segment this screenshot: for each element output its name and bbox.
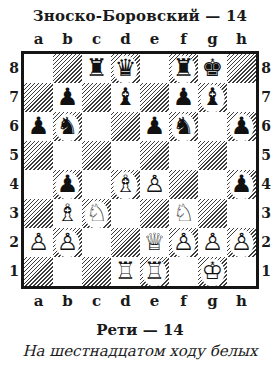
square-c5[interactable] [82,141,111,170]
square-h3[interactable] [227,199,256,228]
black-pawn: ♟ [227,112,256,141]
square-h7[interactable] [227,83,256,112]
white-player-label: Рети — 14 [0,321,280,339]
file-label-h: h [227,292,256,310]
file-label-a: a [24,292,53,310]
file-label-a: a [24,30,53,48]
rank-label-7: 7 [259,83,273,112]
square-b3[interactable]: ♗ [53,199,82,228]
square-c1[interactable] [82,257,111,286]
square-b1[interactable] [53,257,82,286]
square-g1[interactable]: ♔ [198,257,227,286]
file-labels-top: abcdefgh [21,30,259,51]
file-label-f: f [169,30,198,48]
white-pawn: ♙ [53,228,82,257]
black-knight: ♞ [53,112,82,141]
square-a5[interactable] [24,141,53,170]
rank-label-1: 1 [259,257,273,286]
square-a6[interactable]: ♟ [24,112,53,141]
square-e2[interactable]: ♕ [140,228,169,257]
rank-labels-left: 87654321 [7,51,21,289]
square-h5[interactable] [227,141,256,170]
square-g2[interactable]: ♙ [198,228,227,257]
square-d1[interactable]: ♖ [111,257,140,286]
file-label-b: b [53,292,82,310]
white-knight: ♘ [82,199,111,228]
rank-label-6: 6 [7,112,21,141]
white-rook: ♖ [140,257,169,286]
square-e3[interactable] [140,199,169,228]
file-label-e: e [140,292,169,310]
square-d4[interactable]: ♗ [111,170,140,199]
square-f5[interactable] [169,141,198,170]
square-f7[interactable]: ♟ [169,83,198,112]
square-d8[interactable]: ♛ [111,54,140,83]
white-rook: ♖ [111,257,140,286]
rank-label-4: 4 [259,170,273,199]
file-label-e: e [140,30,169,48]
rank-label-4: 4 [7,170,21,199]
board-area: abcdefgh 87654321 ♜♛♜♚♟♝♟♝♟♞♟♞♟♟♗♙♟♗♘♘♙♙… [7,29,273,311]
square-e6[interactable]: ♟ [140,112,169,141]
rank-label-8: 8 [7,54,21,83]
black-bishop: ♝ [111,83,140,112]
square-c8[interactable]: ♜ [82,54,111,83]
square-c2[interactable] [82,228,111,257]
file-label-f: f [169,292,198,310]
file-label-d: d [111,292,140,310]
square-d3[interactable] [111,199,140,228]
white-pawn: ♙ [169,228,198,257]
square-g3[interactable] [198,199,227,228]
rank-labels-right: 87654321 [259,51,273,289]
square-c4[interactable] [82,170,111,199]
square-a7[interactable] [24,83,53,112]
square-e4[interactable]: ♙ [140,170,169,199]
square-g5[interactable] [198,141,227,170]
square-e5[interactable] [140,141,169,170]
black-rook: ♜ [169,54,198,83]
rank-label-3: 3 [7,199,21,228]
rank-label-6: 6 [259,112,273,141]
square-f6[interactable]: ♞ [169,112,198,141]
white-pawn: ♙ [198,228,227,257]
square-a8[interactable] [24,54,53,83]
file-label-c: c [82,30,111,48]
square-g7[interactable]: ♝ [198,83,227,112]
square-d7[interactable]: ♝ [111,83,140,112]
square-g8[interactable]: ♚ [198,54,227,83]
square-a3[interactable] [24,199,53,228]
file-label-b: b [53,30,82,48]
square-a4[interactable] [24,170,53,199]
square-e8[interactable] [140,54,169,83]
square-b5[interactable] [53,141,82,170]
square-c7[interactable] [82,83,111,112]
square-f8[interactable]: ♜ [169,54,198,83]
square-e1[interactable]: ♖ [140,257,169,286]
square-h8[interactable] [227,54,256,83]
square-f4[interactable] [169,170,198,199]
square-b2[interactable]: ♙ [53,228,82,257]
square-f3[interactable]: ♘ [169,199,198,228]
white-pawn: ♙ [227,228,256,257]
rank-label-7: 7 [7,83,21,112]
rank-label-5: 5 [259,141,273,170]
square-h4[interactable]: ♟ [227,170,256,199]
black-pawn: ♟ [140,112,169,141]
square-e7[interactable] [140,83,169,112]
black-king: ♚ [198,54,227,83]
square-a1[interactable] [24,257,53,286]
file-label-d: d [111,30,140,48]
square-f2[interactable]: ♙ [169,228,198,257]
file-label-h: h [227,30,256,48]
square-h6[interactable]: ♟ [227,112,256,141]
square-d6[interactable] [111,112,140,141]
black-queen: ♛ [111,54,140,83]
square-b6[interactable]: ♞ [53,112,82,141]
rank-label-8: 8 [259,54,273,83]
square-b4[interactable]: ♟ [53,170,82,199]
file-label-g: g [198,292,227,310]
chess-board: ♜♛♜♚♟♝♟♝♟♞♟♞♟♟♗♙♟♗♘♘♙♙♕♙♙♙♖♖♔ [21,51,259,289]
file-label-g: g [198,30,227,48]
square-b8[interactable] [53,54,82,83]
black-rook: ♜ [82,54,111,83]
white-bishop: ♗ [111,170,140,199]
white-pawn: ♙ [24,228,53,257]
black-pawn: ♟ [53,83,82,112]
square-h1[interactable] [227,257,256,286]
square-b7[interactable]: ♟ [53,83,82,112]
rank-label-3: 3 [259,199,273,228]
file-labels-bottom: abcdefgh [21,289,259,310]
white-pawn: ♙ [140,170,169,199]
white-king: ♔ [198,257,227,286]
black-pawn: ♟ [53,170,82,199]
square-c6[interactable] [82,112,111,141]
black-pawn: ♟ [24,112,53,141]
white-bishop: ♗ [53,199,82,228]
square-d2[interactable] [111,228,140,257]
white-queen: ♕ [140,228,169,257]
white-knight: ♘ [169,199,198,228]
square-c3[interactable]: ♘ [82,199,111,228]
black-pawn: ♟ [169,83,198,112]
black-pawn: ♟ [227,170,256,199]
move-caption: На шестнадцатом ходу белых [0,342,280,360]
black-bishop: ♝ [198,83,227,112]
square-g4[interactable] [198,170,227,199]
square-d5[interactable] [111,141,140,170]
rank-label-1: 1 [7,257,21,286]
square-f1[interactable] [169,257,198,286]
rank-label-2: 2 [259,228,273,257]
file-label-c: c [82,292,111,310]
black-knight: ♞ [169,112,198,141]
black-player-label: Зноско-Боровский — 14 [0,7,280,25]
rank-label-5: 5 [7,141,21,170]
square-a2[interactable]: ♙ [24,228,53,257]
square-h2[interactable]: ♙ [227,228,256,257]
rank-label-2: 2 [7,228,21,257]
square-g6[interactable] [198,112,227,141]
